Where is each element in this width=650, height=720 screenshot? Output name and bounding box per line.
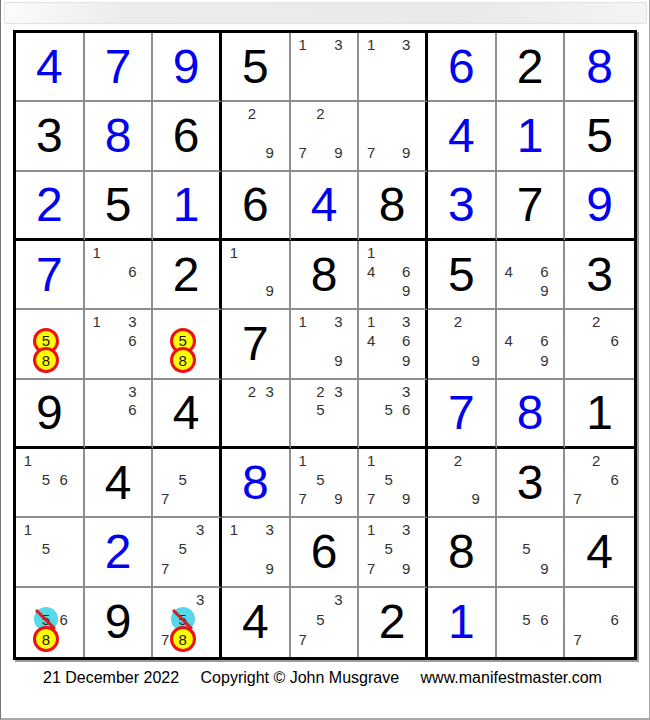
candidate-6: 6	[611, 333, 619, 348]
candidate-slot-8	[449, 489, 467, 508]
candidate-slot-5: 5	[518, 539, 536, 558]
candidate-slot-4	[19, 539, 37, 558]
candidate-slot-1: 1	[362, 520, 380, 539]
candidate-slot-3	[535, 590, 553, 610]
candidate-2: 2	[592, 453, 600, 468]
candidate-slot-8	[587, 629, 606, 649]
candidate-slot-8	[380, 351, 398, 370]
candidate-slot-5	[243, 262, 261, 281]
candidate-slot-8	[380, 419, 398, 438]
footer-copyright: Copyright © John Musgrave	[201, 669, 400, 686]
candidate-grid: 357	[291, 588, 358, 657]
candidate-slot-5	[518, 262, 536, 281]
candidate-slot-9: 9	[261, 281, 279, 300]
cell-r8c4[interactable]: 139	[222, 518, 291, 587]
candidate-2: 2	[592, 314, 600, 329]
cell-r4c1[interactable]: 7	[16, 241, 85, 310]
candidate-slot-2: 2	[449, 312, 467, 331]
candidate-slot-2	[106, 382, 124, 401]
candidate-7: 7	[298, 632, 306, 647]
candidate-3: 3	[402, 314, 410, 329]
candidate-grid: 23	[222, 380, 289, 446]
cell-r1c9[interactable]: 8	[565, 33, 634, 102]
candidate-slot-8	[312, 351, 330, 370]
candidate-1: 1	[367, 453, 375, 468]
candidate-slot-3	[467, 312, 485, 331]
given-digit: 9	[85, 588, 152, 657]
given-digit: 4	[85, 449, 152, 516]
candidate-slot-8	[37, 489, 55, 508]
cell-r3c4[interactable]: 6	[222, 172, 291, 241]
candidate-slot-3	[605, 312, 624, 331]
candidate-slot-4	[294, 123, 312, 142]
candidate-1: 1	[367, 314, 375, 329]
candidate-slot-7	[19, 559, 37, 578]
candidate-slot-1	[568, 451, 587, 470]
candidate-slot-9	[535, 629, 553, 649]
given-digit: 4	[222, 588, 289, 657]
cell-r5c4[interactable]: 7	[222, 310, 291, 379]
cell-r7c2[interactable]: 4	[85, 449, 154, 518]
candidate-6: 6	[540, 333, 548, 348]
candidate-grid: 56	[497, 588, 564, 657]
candidate-slot-5	[106, 262, 124, 281]
candidate-grid: 1579	[291, 449, 358, 516]
cell-r8c2[interactable]: 2	[85, 518, 154, 587]
candidate-grid: 13	[359, 33, 425, 100]
solved-digit: 6	[428, 33, 495, 100]
candidate-slot-4	[500, 539, 518, 558]
candidate-slot-4	[88, 262, 106, 281]
candidate-slot-5: 5	[37, 470, 55, 489]
candidate-slot-4	[225, 262, 243, 281]
cell-r6c4[interactable]: 23	[222, 380, 291, 449]
candidate-slot-6	[397, 539, 415, 558]
cell-r4c9[interactable]: 3	[565, 241, 634, 310]
candidate-slot-4	[225, 400, 243, 419]
candidate-slot-2	[380, 382, 398, 401]
cell-r8c6[interactable]: 13579	[359, 518, 428, 587]
cell-r3c5[interactable]: 4	[291, 172, 360, 241]
cell-r6c8[interactable]: 8	[497, 380, 566, 449]
candidate-slot-5	[243, 123, 261, 142]
candidate-grid: 58	[16, 310, 83, 377]
cell-r6c5[interactable]: 235	[291, 380, 360, 449]
cell-r2c9[interactable]: 5	[565, 102, 634, 171]
candidate-9: 9	[402, 283, 410, 298]
cell-r9c4[interactable]: 4	[222, 588, 291, 657]
cell-r5c2[interactable]: 136	[85, 310, 154, 379]
cell-r4c7[interactable]: 5	[428, 241, 497, 310]
candidate-slot-1	[156, 312, 174, 331]
cell-r5c5[interactable]: 139	[291, 310, 360, 379]
cell-r6c6[interactable]: 356	[359, 380, 428, 449]
candidate-slot-3	[191, 451, 209, 470]
candidate-slot-9	[397, 73, 415, 92]
candidate-grid: 139	[291, 310, 358, 377]
candidate-slot-5	[380, 331, 398, 350]
candidate-slot-8	[243, 419, 261, 438]
candidate-slot-1: 1	[19, 451, 37, 470]
candidate-7: 7	[367, 491, 375, 506]
candidate-slot-3: 3	[329, 35, 347, 54]
candidate-slot-8: 8	[37, 629, 55, 649]
candidate-slot-9	[191, 489, 209, 508]
cell-r6c7[interactable]: 7	[428, 380, 497, 449]
candidate-slot-1	[568, 590, 587, 610]
candidate-6: 6	[402, 333, 410, 348]
candidate-slot-7: 7	[362, 143, 380, 162]
solved-digit: 8	[565, 33, 634, 100]
candidate-slot-1: 1	[294, 312, 312, 331]
cell-r3c3[interactable]: 1	[153, 172, 222, 241]
cell-r4c8[interactable]: 469	[497, 241, 566, 310]
candidate-slot-8	[106, 419, 124, 438]
candidate-slot-7: 7	[362, 559, 380, 578]
candidate-slot-5: 5	[174, 539, 192, 558]
candidate-slot-2	[312, 451, 330, 470]
candidate-slot-6	[329, 123, 347, 142]
candidate-6: 6	[540, 264, 548, 279]
candidate-slot-2	[380, 520, 398, 539]
candidate-6: 6	[611, 612, 619, 627]
candidate-slot-5: 5	[380, 400, 398, 419]
solved-digit: 8	[85, 102, 152, 169]
cell-r5c3[interactable]: 58	[153, 310, 222, 379]
candidate-slot-6	[191, 470, 209, 489]
given-digit: 1	[565, 380, 634, 446]
candidate-slot-1: 1	[362, 243, 380, 262]
candidate-slot-7: 7	[294, 143, 312, 162]
candidate-slot-6: 6	[535, 262, 553, 281]
cell-r9c1[interactable]: 568	[16, 588, 85, 657]
candidate-slot-5	[449, 331, 467, 350]
candidate-slot-3	[605, 451, 624, 470]
cell-r3c8[interactable]: 7	[497, 172, 566, 241]
candidate-1: 1	[230, 245, 238, 260]
candidate-slot-2: 2	[243, 382, 261, 401]
candidate-slot-7: 7	[568, 629, 587, 649]
candidate-grid: 267	[565, 449, 634, 516]
candidate-slot-2	[243, 243, 261, 262]
candidate-slot-2: 2	[312, 104, 330, 123]
cell-r2c7[interactable]: 4	[428, 102, 497, 171]
cell-r8c8[interactable]: 59	[497, 518, 566, 587]
cell-r1c2[interactable]: 7	[85, 33, 154, 102]
candidate-5: 5	[522, 612, 530, 627]
cell-r4c6[interactable]: 1469	[359, 241, 428, 310]
cell-r9c8[interactable]: 56	[497, 588, 566, 657]
cell-r2c5[interactable]: 279	[291, 102, 360, 171]
candidate-slot-5	[106, 400, 124, 419]
cell-r5c7[interactable]: 29	[428, 310, 497, 379]
candidate-slot-5: 5	[380, 539, 398, 558]
candidate-slot-7	[500, 559, 518, 578]
candidate-slot-1	[431, 451, 449, 470]
candidate-slot-8: 8	[174, 629, 192, 649]
candidate-slot-1: 1	[362, 312, 380, 331]
candidate-slot-2	[243, 520, 261, 539]
candidate-slot-7	[500, 629, 518, 649]
candidate-slot-2: 2	[449, 451, 467, 470]
candidate-slot-2	[106, 312, 124, 331]
candidate-slot-8	[518, 559, 536, 578]
candidate-slot-5	[587, 609, 606, 629]
candidate-slot-8	[243, 281, 261, 300]
candidate-slot-9: 9	[329, 489, 347, 508]
highlight-yellow-circle: 8	[170, 347, 196, 373]
candidate-slot-4	[19, 470, 37, 489]
cell-r1c1[interactable]: 4	[16, 33, 85, 102]
candidate-5: 5	[522, 541, 530, 556]
candidate-slot-3: 3	[261, 382, 279, 401]
candidate-slot-3: 3	[123, 312, 141, 331]
candidate-slot-8	[587, 489, 606, 508]
cell-r8c9[interactable]: 4	[565, 518, 634, 587]
candidate-slot-7	[362, 419, 380, 438]
candidate-9: 9	[402, 145, 410, 160]
candidate-grid: 13579	[359, 518, 425, 585]
candidate-5: 5	[178, 541, 186, 556]
candidate-slot-8	[243, 143, 261, 162]
cell-r5c9[interactable]: 26	[565, 310, 634, 379]
candidate-slot-1	[156, 451, 174, 470]
candidate-slot-3	[55, 451, 73, 470]
cell-r7c4[interactable]: 8	[222, 449, 291, 518]
candidate-5: 5	[384, 402, 392, 417]
candidate-slot-5: 5	[312, 609, 330, 629]
candidate-slot-9: 9	[467, 351, 485, 370]
candidate-slot-2	[312, 590, 330, 610]
candidate-slot-3	[397, 243, 415, 262]
solved-digit: 4	[428, 102, 495, 169]
given-digit: 4	[153, 380, 219, 446]
candidate-7: 7	[573, 491, 581, 506]
cell-r8c3[interactable]: 357	[153, 518, 222, 587]
candidate-slot-8	[243, 559, 261, 578]
cell-r7c9[interactable]: 267	[565, 449, 634, 518]
solved-digit: 4	[16, 33, 83, 100]
cell-r9c3[interactable]: 3578	[153, 588, 222, 657]
candidate-slot-2	[37, 520, 55, 539]
cell-r9c7[interactable]: 1	[428, 588, 497, 657]
candidate-6: 6	[60, 612, 68, 627]
candidate-slot-3	[535, 243, 553, 262]
candidate-grid: 67	[565, 588, 634, 657]
candidate-slot-9: 9	[397, 351, 415, 370]
page: 4795131362838629279794152516483797162198…	[0, 0, 650, 720]
highlight-yellow-circle: 8	[33, 347, 59, 373]
cell-r2c3[interactable]: 6	[153, 102, 222, 171]
candidate-9: 9	[472, 353, 480, 368]
candidate-slot-5	[518, 331, 536, 350]
cell-r1c3[interactable]: 9	[153, 33, 222, 102]
candidate-3: 3	[196, 592, 204, 607]
cell-r5c8[interactable]: 469	[497, 310, 566, 379]
cell-r4c4[interactable]: 19	[222, 241, 291, 310]
cell-r2c6[interactable]: 79	[359, 102, 428, 171]
cell-r2c4[interactable]: 29	[222, 102, 291, 171]
candidate-slot-7	[19, 489, 37, 508]
cell-r3c6[interactable]: 8	[359, 172, 428, 241]
candidate-slot-4	[362, 54, 380, 73]
candidate-3: 3	[334, 37, 342, 52]
cell-r7c7[interactable]: 29	[428, 449, 497, 518]
candidate-slot-6: 6	[605, 331, 624, 350]
candidate-slot-6: 6	[123, 262, 141, 281]
candidate-slot-1	[500, 243, 518, 262]
cell-r3c2[interactable]: 5	[85, 172, 154, 241]
candidate-grid: 1579	[359, 449, 425, 516]
candidate-slot-9: 9	[329, 143, 347, 162]
candidate-slot-9	[55, 559, 73, 578]
solved-digit: 1	[497, 102, 564, 169]
candidate-slot-1	[500, 520, 518, 539]
candidate-slot-4: 4	[362, 262, 380, 281]
candidate-6: 6	[540, 612, 548, 627]
cell-r1c7[interactable]: 6	[428, 33, 497, 102]
candidate-2: 2	[248, 384, 256, 399]
cell-r1c6[interactable]: 13	[359, 33, 428, 102]
cell-r9c2[interactable]: 9	[85, 588, 154, 657]
candidate-8: 8	[178, 632, 186, 647]
candidate-slot-9: 9	[397, 143, 415, 162]
cell-r8c7[interactable]: 8	[428, 518, 497, 587]
candidate-slot-2: 2	[243, 104, 261, 123]
candidate-slot-9	[605, 351, 624, 370]
candidate-slot-3: 3	[191, 520, 209, 539]
candidate-slot-9	[55, 489, 73, 508]
candidate-slot-4	[156, 470, 174, 489]
candidate-slot-3	[397, 451, 415, 470]
cell-r2c1[interactable]: 3	[16, 102, 85, 171]
candidate-grid: 136	[85, 310, 152, 377]
candidate-slot-6	[329, 470, 347, 489]
candidate-slot-1	[156, 520, 174, 539]
cell-r7c6[interactable]: 1579	[359, 449, 428, 518]
candidate-slot-8	[380, 489, 398, 508]
candidate-slot-1	[88, 382, 106, 401]
candidate-7: 7	[573, 632, 581, 647]
candidate-9: 9	[540, 353, 548, 368]
cell-r4c5[interactable]: 8	[291, 241, 360, 310]
cell-r3c7[interactable]: 3	[428, 172, 497, 241]
candidate-slot-3	[55, 590, 73, 610]
candidate-slot-8: 8	[174, 351, 192, 370]
candidate-grid: 29	[222, 102, 289, 169]
cell-r1c5[interactable]: 13	[291, 33, 360, 102]
solved-digit: 2	[85, 518, 152, 585]
candidate-9: 9	[266, 561, 274, 576]
candidate-slot-1	[362, 382, 380, 401]
candidate-slot-9	[605, 489, 624, 508]
cell-r7c8[interactable]: 3	[497, 449, 566, 518]
candidate-slot-6	[261, 539, 279, 558]
cell-r9c6[interactable]: 2	[359, 588, 428, 657]
candidate-slot-3	[535, 312, 553, 331]
cell-r2c8[interactable]: 1	[497, 102, 566, 171]
candidate-slot-3	[123, 243, 141, 262]
cell-r6c1[interactable]: 9	[16, 380, 85, 449]
cell-r1c8[interactable]: 2	[497, 33, 566, 102]
candidate-1: 1	[367, 37, 375, 52]
candidate-slot-8	[312, 629, 330, 649]
cell-r3c1[interactable]: 2	[16, 172, 85, 241]
candidate-slot-7	[568, 351, 587, 370]
cell-r5c1[interactable]: 58	[16, 310, 85, 379]
candidate-6: 6	[402, 402, 410, 417]
candidate-slot-5: 5	[312, 400, 330, 419]
candidate-slot-1	[19, 590, 37, 610]
candidate-grid: 26	[565, 310, 634, 377]
candidate-slot-4	[225, 539, 243, 558]
candidate-slot-7	[362, 281, 380, 300]
candidate-1: 1	[298, 37, 306, 52]
cell-r3c9[interactable]: 9	[565, 172, 634, 241]
cell-r8c5[interactable]: 6	[291, 518, 360, 587]
candidate-2: 2	[454, 453, 462, 468]
candidate-slot-8: 8	[37, 351, 55, 370]
candidate-grid: 235	[291, 380, 358, 446]
candidate-slot-6	[191, 539, 209, 558]
candidate-slot-1: 1	[294, 35, 312, 54]
candidate-slot-8	[518, 351, 536, 370]
candidate-slot-1: 1	[88, 312, 106, 331]
cell-r7c3[interactable]: 57	[153, 449, 222, 518]
cell-r1c4[interactable]: 5	[222, 33, 291, 102]
candidate-slot-7	[225, 559, 243, 578]
cell-r9c9[interactable]: 67	[565, 588, 634, 657]
candidate-slot-2	[380, 104, 398, 123]
highlight-yellow-circle: 8	[170, 626, 196, 652]
cell-r8c1[interactable]: 15	[16, 518, 85, 587]
cell-r4c3[interactable]: 2	[153, 241, 222, 310]
candidate-8: 8	[178, 353, 186, 368]
candidate-slot-8	[449, 351, 467, 370]
solved-digit: 7	[428, 380, 495, 446]
cell-r7c1[interactable]: 156	[16, 449, 85, 518]
candidate-slot-6	[329, 331, 347, 350]
candidate-slot-4	[88, 331, 106, 350]
candidate-5: 5	[384, 541, 392, 556]
candidate-7: 7	[161, 491, 169, 506]
candidate-slot-6	[467, 470, 485, 489]
cell-r5c6[interactable]: 13469	[359, 310, 428, 379]
candidate-slot-8	[518, 629, 536, 649]
candidate-slot-9	[123, 281, 141, 300]
candidate-3: 3	[196, 522, 204, 537]
cell-r6c2[interactable]: 36	[85, 380, 154, 449]
cell-r6c3[interactable]: 4	[153, 380, 222, 449]
candidate-slot-3: 3	[397, 520, 415, 539]
candidate-slot-8	[106, 281, 124, 300]
given-digit: 2	[153, 241, 219, 308]
candidate-slot-9	[397, 419, 415, 438]
candidate-3: 3	[128, 384, 136, 399]
cell-r2c2[interactable]: 8	[85, 102, 154, 171]
cell-r4c2[interactable]: 16	[85, 241, 154, 310]
candidate-slot-1	[294, 590, 312, 610]
cell-r9c5[interactable]: 357	[291, 588, 360, 657]
cell-r7c5[interactable]: 1579	[291, 449, 360, 518]
candidate-3: 3	[334, 314, 342, 329]
candidate-slot-4	[294, 400, 312, 419]
candidate-slot-1: 1	[362, 451, 380, 470]
cell-r6c9[interactable]: 1	[565, 380, 634, 449]
footer: 21 December 2022 Copyright © John Musgra…	[43, 669, 602, 687]
candidate-slot-9: 9	[397, 281, 415, 300]
candidate-slot-3	[191, 312, 209, 331]
